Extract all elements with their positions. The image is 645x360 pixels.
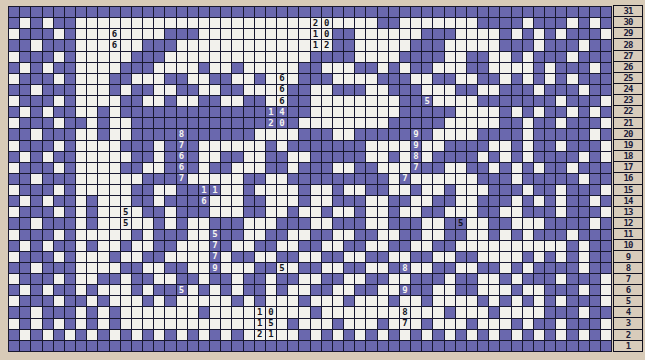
cell-r30c45 [500, 18, 510, 28]
cell-r7c33 [366, 274, 376, 284]
cell-r22c32 [355, 107, 365, 117]
cell-r13c39 [433, 207, 443, 217]
cell-r2c9 [98, 330, 108, 340]
cell-r10c21 [232, 241, 242, 251]
cell-r27c47 [523, 52, 533, 62]
cell-r2c13 [143, 330, 153, 340]
cell-r4c13 [143, 307, 153, 317]
cell-r19c12 [132, 141, 142, 151]
cell-r17c11 [121, 163, 131, 173]
cell-r12c52 [579, 218, 589, 228]
cell-r28c15 [165, 40, 175, 50]
cell-r23c30 [333, 96, 343, 106]
cell-r8c41 [456, 263, 466, 273]
cell-r20c51 [567, 129, 577, 139]
cell-r6c3 [31, 285, 41, 295]
cell-r26c9 [98, 63, 108, 73]
cell-r6c28 [311, 285, 321, 295]
cell-r20c33 [366, 129, 376, 139]
cell-r17c45 [500, 163, 510, 173]
cell-r26c52 [579, 63, 589, 73]
cell-r30c53 [590, 18, 600, 28]
cell-r31c44 [489, 7, 499, 17]
cell-r16c2 [20, 174, 30, 184]
cell-r24c12 [132, 85, 142, 95]
cell-r29c2 [20, 29, 30, 39]
cell-r28c13 [143, 40, 153, 50]
cell-r19c38 [422, 141, 432, 151]
stitch-count-digit: 8 [402, 308, 407, 317]
cell-r24c16 [177, 85, 187, 95]
cell-r15c37 [411, 185, 421, 195]
cell-r24c9 [98, 85, 108, 95]
cell-r31c25 [277, 7, 287, 17]
cell-r14c49 [545, 196, 555, 206]
cell-r11c51 [567, 230, 577, 240]
cell-r9c6 [65, 252, 75, 262]
cell-r23c35 [389, 96, 399, 106]
cell-r2c43 [478, 330, 488, 340]
cell-r12c8 [87, 218, 97, 228]
cell-r16c36: 7 [400, 174, 410, 184]
cell-r16c49 [545, 174, 555, 184]
cell-r3c23: 1 [255, 319, 265, 329]
cell-r23c22 [244, 96, 254, 106]
cell-r19c44 [489, 141, 499, 151]
cell-r19c11 [121, 141, 131, 151]
cell-r27c37 [411, 52, 421, 62]
cell-r15c32 [355, 185, 365, 195]
cell-r17c33 [366, 163, 376, 173]
cell-r3c4 [43, 319, 53, 329]
cell-r13c44 [489, 207, 499, 217]
cell-r4c36: 8 [400, 307, 410, 317]
cell-r6c48 [534, 285, 544, 295]
cell-r20c22 [244, 129, 254, 139]
cell-r18c2 [20, 152, 30, 162]
cell-r16c26 [288, 174, 298, 184]
cell-r10c1 [9, 241, 19, 251]
cell-r16c16: 7 [177, 174, 187, 184]
cell-r26c47 [523, 63, 533, 73]
cell-r31c30 [333, 7, 343, 17]
cell-r18c1 [9, 152, 19, 162]
cell-r5c42 [467, 296, 477, 306]
cell-r1c48 [534, 341, 544, 351]
cell-r7c32 [355, 274, 365, 284]
cell-r23c6 [65, 96, 75, 106]
cell-r8c43 [478, 263, 488, 273]
cell-r3c11 [121, 319, 131, 329]
cell-r18c19 [210, 152, 220, 162]
cell-r8c29 [322, 263, 332, 273]
cell-r19c34 [378, 141, 388, 151]
cell-r22c53 [590, 107, 600, 117]
cell-r1c25 [277, 341, 287, 351]
cell-r24c27 [299, 85, 309, 95]
cell-r26c8 [87, 63, 97, 73]
cell-r11c48 [534, 230, 544, 240]
cell-r31c15 [165, 7, 175, 17]
cell-r31c32 [355, 7, 365, 17]
cell-r4c42 [467, 307, 477, 317]
cell-r1c27 [299, 341, 309, 351]
cell-r8c24 [266, 263, 276, 273]
cell-r16c14 [154, 174, 164, 184]
cell-r2c54 [601, 330, 611, 340]
cell-r28c53 [590, 40, 600, 50]
cell-r21c42 [467, 118, 477, 128]
cell-r11c31 [344, 230, 354, 240]
cell-r2c38 [422, 330, 432, 340]
cell-r24c8 [87, 85, 97, 95]
cell-r15c38 [422, 185, 432, 195]
stitch-count-digit: 2 [268, 119, 273, 128]
cell-r29c32 [355, 29, 365, 39]
cell-r12c15 [165, 218, 175, 228]
cell-r15c25 [277, 185, 287, 195]
cell-r1c39 [433, 341, 443, 351]
cell-r15c26 [288, 185, 298, 195]
cell-r4c12 [132, 307, 142, 317]
cell-r6c8 [87, 285, 97, 295]
cell-r17c5 [54, 163, 64, 173]
cell-r10c11 [121, 241, 131, 251]
cell-r13c50 [556, 207, 566, 217]
cell-r19c27 [299, 141, 309, 151]
cell-r24c15 [165, 85, 175, 95]
cell-r1c10 [110, 341, 120, 351]
cell-r27c20 [221, 52, 231, 62]
cell-r25c5 [54, 74, 64, 84]
cell-r20c46 [512, 129, 522, 139]
cell-r25c48 [534, 74, 544, 84]
cell-r6c13 [143, 285, 153, 295]
cell-r18c26 [288, 152, 298, 162]
cell-r9c33 [366, 252, 376, 262]
cell-r22c23 [255, 107, 265, 117]
cell-r12c51 [567, 218, 577, 228]
cell-r24c37 [411, 85, 421, 95]
cell-r7c19 [210, 274, 220, 284]
cell-r30c22 [244, 18, 254, 28]
cell-r29c18 [199, 29, 209, 39]
cell-r15c13 [143, 185, 153, 195]
cell-r4c30 [333, 307, 343, 317]
cell-r1c11 [121, 341, 131, 351]
cell-r15c49 [545, 185, 555, 195]
cell-r23c18 [199, 96, 209, 106]
cell-r31c37 [411, 7, 421, 17]
cell-r11c14 [154, 230, 164, 240]
cell-r26c40 [445, 63, 455, 73]
cell-r4c10 [110, 307, 120, 317]
cell-r7c21 [232, 274, 242, 284]
cell-r12c50 [556, 218, 566, 228]
cell-r14c14 [154, 196, 164, 206]
cell-r12c9 [98, 218, 108, 228]
cell-r28c21 [232, 40, 242, 50]
cell-r9c53 [590, 252, 600, 262]
cell-r29c50 [556, 29, 566, 39]
cell-r19c46 [512, 141, 522, 151]
cell-r13c3 [31, 207, 41, 217]
cell-r5c49 [545, 296, 555, 306]
cell-r27c2 [20, 52, 30, 62]
cell-r16c40 [445, 174, 455, 184]
cell-r11c28 [311, 230, 321, 240]
cell-r22c54 [601, 107, 611, 117]
cell-r29c6 [65, 29, 75, 39]
cell-r26c30 [333, 63, 343, 73]
cell-r26c22 [244, 63, 254, 73]
cell-r6c18 [199, 285, 209, 295]
cell-r19c54 [601, 141, 611, 151]
cell-r4c39 [433, 307, 443, 317]
cell-r5c38 [422, 296, 432, 306]
cell-r18c8 [87, 152, 97, 162]
cell-r22c51 [567, 107, 577, 117]
cell-r19c13 [143, 141, 153, 151]
cell-r15c50 [556, 185, 566, 195]
cell-r29c23 [255, 29, 265, 39]
cell-r5c46 [512, 296, 522, 306]
cell-r15c35 [389, 185, 399, 195]
cell-r13c29 [322, 207, 332, 217]
cell-r10c51 [567, 241, 577, 251]
cell-r2c28 [311, 330, 321, 340]
cell-r25c46 [512, 74, 522, 84]
cell-r15c52 [579, 185, 589, 195]
cell-r7c42 [467, 274, 477, 284]
cell-r15c7 [76, 185, 86, 195]
cell-r19c29 [322, 141, 332, 151]
cell-r24c31 [344, 85, 354, 95]
cell-r15c9 [98, 185, 108, 195]
cell-r2c37 [411, 330, 421, 340]
cell-r29c22 [244, 29, 254, 39]
cell-r19c9 [98, 141, 108, 151]
cell-r11c15 [165, 230, 175, 240]
cell-r13c15 [165, 207, 175, 217]
cell-r8c7 [76, 263, 86, 273]
cell-r28c51 [567, 40, 577, 50]
cell-r27c3 [31, 52, 41, 62]
cell-r3c42 [467, 319, 477, 329]
cell-r3c33 [366, 319, 376, 329]
cell-r7c15 [165, 274, 175, 284]
cell-r21c16 [177, 118, 187, 128]
cell-r5c3 [31, 296, 41, 306]
cell-r6c30 [333, 285, 343, 295]
cell-r11c53 [590, 230, 600, 240]
cell-r31c24 [266, 7, 276, 17]
stitch-count-digit: 7 [413, 163, 418, 172]
cell-r17c3 [31, 163, 41, 173]
cell-r31c6 [65, 7, 75, 17]
cell-r12c26 [288, 218, 298, 228]
cell-r7c54 [601, 274, 611, 284]
cell-r5c45 [500, 296, 510, 306]
cell-r29c34 [378, 29, 388, 39]
cell-r1c26 [288, 341, 298, 351]
cell-r25c24 [266, 74, 276, 84]
cell-r1c34 [378, 341, 388, 351]
cell-r12c21 [232, 218, 242, 228]
cell-r15c10 [110, 185, 120, 195]
cell-r24c1 [9, 85, 19, 95]
cell-r31c5 [54, 7, 64, 17]
cell-r31c7 [76, 7, 86, 17]
cell-r7c20 [221, 274, 231, 284]
cell-r30c29: 0 [322, 18, 332, 28]
cell-r3c14 [154, 319, 164, 329]
cell-r15c36 [400, 185, 410, 195]
cell-r28c54 [601, 40, 611, 50]
stitch-count-digit: 7 [402, 319, 407, 328]
cell-r9c54 [601, 252, 611, 262]
cell-r4c14 [154, 307, 164, 317]
cell-r13c37 [411, 207, 421, 217]
cell-r23c7 [76, 96, 86, 106]
cell-r21c32 [355, 118, 365, 128]
cell-r27c21 [232, 52, 242, 62]
cell-r14c1 [9, 196, 19, 206]
cell-r28c44 [489, 40, 499, 50]
cell-r10c25 [277, 241, 287, 251]
cell-r16c38 [422, 174, 432, 184]
cell-r29c53 [590, 29, 600, 39]
cell-r26c51 [567, 63, 577, 73]
cell-r2c31 [344, 330, 354, 340]
cell-r23c1 [9, 96, 19, 106]
cell-r1c7 [76, 341, 86, 351]
cell-r1c3 [31, 341, 41, 351]
cell-r30c21 [232, 18, 242, 28]
cell-r13c40 [445, 207, 455, 217]
cell-r4c16 [177, 307, 187, 317]
cell-r29c8 [87, 29, 97, 39]
cell-r15c24 [266, 185, 276, 195]
cell-r19c4 [43, 141, 53, 151]
cell-r22c47 [523, 107, 533, 117]
cell-r15c15 [165, 185, 175, 195]
cell-r5c18 [199, 296, 209, 306]
cell-r10c29 [322, 241, 332, 251]
cell-r30c51 [567, 18, 577, 28]
cell-r26c39 [433, 63, 443, 73]
cell-r7c47 [523, 274, 533, 284]
stitch-count-digit: 9 [413, 130, 418, 139]
stitch-count-digit: 7 [179, 174, 184, 183]
stitch-count-digit: 7 [212, 241, 217, 250]
cell-r22c25: 4 [277, 107, 287, 117]
cell-r15c21 [232, 185, 242, 195]
cell-r4c33 [366, 307, 376, 317]
cell-r11c54 [601, 230, 611, 240]
cell-r17c20 [221, 163, 231, 173]
cell-r6c11 [121, 285, 131, 295]
cell-r24c36 [400, 85, 410, 95]
cell-r13c27 [299, 207, 309, 217]
cell-r15c29 [322, 185, 332, 195]
cell-r15c16 [177, 185, 187, 195]
cell-r28c41 [456, 40, 466, 50]
cell-r4c23: 1 [255, 307, 265, 317]
cell-r20c3 [31, 129, 41, 139]
cell-r25c21 [232, 74, 242, 84]
cell-r27c39 [433, 52, 443, 62]
stitch-count-digit: 0 [279, 119, 284, 128]
cell-r29c47 [523, 29, 533, 39]
cell-r18c31 [344, 152, 354, 162]
cell-r16c5 [54, 174, 64, 184]
cell-r5c31 [344, 296, 354, 306]
cell-r29c44 [489, 29, 499, 39]
cell-r27c31 [344, 52, 354, 62]
cell-r19c30 [333, 141, 343, 151]
cell-r20c1 [9, 129, 19, 139]
cell-r15c6 [65, 185, 75, 195]
cell-r10c41 [456, 241, 466, 251]
cell-r2c17 [188, 330, 198, 340]
cell-r12c43 [478, 218, 488, 228]
cell-r11c12 [132, 230, 142, 240]
cell-r18c49 [545, 152, 555, 162]
cell-r18c6 [65, 152, 75, 162]
cell-r14c29 [322, 196, 332, 206]
cell-r21c1 [9, 118, 19, 128]
cell-r3c38 [422, 319, 432, 329]
cell-r26c37 [411, 63, 421, 73]
cell-r22c7 [76, 107, 86, 117]
cell-r5c20 [221, 296, 231, 306]
cell-r23c19 [210, 96, 220, 106]
cell-r20c23 [255, 129, 265, 139]
stitch-count-digit: 9 [413, 141, 418, 150]
cell-r12c35 [389, 218, 399, 228]
cell-r31c14 [154, 7, 164, 17]
cell-r4c8 [87, 307, 97, 317]
cell-r25c11 [121, 74, 131, 84]
cell-r10c30 [333, 241, 343, 251]
cell-r10c52 [579, 241, 589, 251]
cell-r20c38 [422, 129, 432, 139]
cell-r8c1 [9, 263, 19, 273]
cell-r29c46 [512, 29, 522, 39]
cell-r4c3 [31, 307, 41, 317]
cell-r27c27 [299, 52, 309, 62]
cell-r12c45 [500, 218, 510, 228]
cell-r25c7 [76, 74, 86, 84]
cell-r28c10: 6 [110, 40, 120, 50]
cell-r21c51 [567, 118, 577, 128]
cell-r3c18 [199, 319, 209, 329]
cell-r21c45 [500, 118, 510, 128]
cell-r17c2 [20, 163, 30, 173]
cell-r22c45 [500, 107, 510, 117]
cell-r8c11 [121, 263, 131, 273]
cell-r7c39 [433, 274, 443, 284]
cell-r19c36 [400, 141, 410, 151]
cell-r18c35 [389, 152, 399, 162]
cell-r30c2 [20, 18, 30, 28]
cell-r21c12 [132, 118, 142, 128]
cell-r30c36 [400, 18, 410, 28]
cell-r12c22 [244, 218, 254, 228]
cell-r20c54 [601, 129, 611, 139]
cell-r9c7 [76, 252, 86, 262]
